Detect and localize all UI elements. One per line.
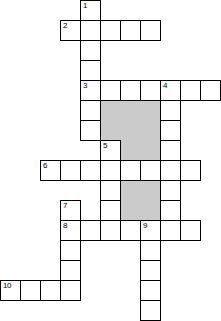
letter-cell[interactable]: 1	[80, 0, 101, 21]
letter-cell[interactable]: 9	[140, 220, 161, 241]
letter-cell[interactable]	[80, 20, 101, 41]
clue-number: 9	[143, 222, 147, 229]
block-cell	[120, 180, 141, 201]
letter-cell[interactable]	[140, 300, 161, 321]
block-cell	[140, 200, 161, 221]
crossword-board: 12345678910	[0, 0, 221, 321]
letter-cell[interactable]	[140, 160, 161, 181]
letter-cell[interactable]	[160, 140, 181, 161]
letter-cell[interactable]	[140, 80, 161, 101]
block-cell	[120, 140, 141, 161]
letter-cell[interactable]	[100, 220, 121, 241]
letter-cell[interactable]	[160, 220, 181, 241]
letter-cell[interactable]	[100, 180, 121, 201]
letter-cell[interactable]	[60, 280, 81, 301]
letter-cell[interactable]	[60, 160, 81, 181]
clue-number: 1	[83, 2, 87, 9]
letter-cell[interactable]: 7	[60, 200, 81, 221]
letter-cell[interactable]	[160, 100, 181, 121]
letter-cell[interactable]	[160, 160, 181, 181]
block-cell	[140, 140, 161, 161]
letter-cell[interactable]: 5	[100, 140, 121, 161]
letter-cell[interactable]	[140, 280, 161, 301]
letter-cell[interactable]	[180, 80, 201, 101]
block-cell	[140, 120, 161, 141]
letter-cell[interactable]	[40, 280, 61, 301]
letter-cell[interactable]	[80, 40, 101, 61]
block-cell	[140, 100, 161, 121]
letter-cell[interactable]	[60, 260, 81, 281]
letter-cell[interactable]	[180, 220, 201, 241]
letter-cell[interactable]	[80, 100, 101, 121]
clue-number: 5	[103, 142, 107, 149]
letter-cell[interactable]: 4	[160, 80, 181, 101]
block-cell	[120, 100, 141, 121]
letter-cell[interactable]	[80, 60, 101, 81]
letter-cell[interactable]	[80, 160, 101, 181]
letter-cell[interactable]	[120, 80, 141, 101]
block-cell	[100, 100, 121, 121]
letter-cell[interactable]	[140, 260, 161, 281]
clue-number: 4	[163, 82, 167, 89]
letter-cell[interactable]: 3	[80, 80, 101, 101]
letter-cell[interactable]: 2	[60, 20, 81, 41]
letter-cell[interactable]	[140, 20, 161, 41]
letter-cell[interactable]	[140, 240, 161, 261]
letter-cell[interactable]	[20, 280, 41, 301]
clue-number: 8	[63, 222, 67, 229]
letter-cell[interactable]	[160, 200, 181, 221]
letter-cell[interactable]	[180, 160, 201, 181]
letter-cell[interactable]	[160, 120, 181, 141]
clue-number: 7	[63, 202, 67, 209]
letter-cell[interactable]: 8	[60, 220, 81, 241]
block-cell	[140, 180, 161, 201]
block-cell	[100, 120, 121, 141]
letter-cell[interactable]: 6	[40, 160, 61, 181]
letter-cell[interactable]	[100, 160, 121, 181]
letter-cell[interactable]: 10	[0, 280, 21, 301]
letter-cell[interactable]	[160, 180, 181, 201]
letter-cell[interactable]	[100, 20, 121, 41]
clue-number: 2	[63, 22, 67, 29]
letter-cell[interactable]	[60, 240, 81, 261]
block-cell	[120, 200, 141, 221]
letter-cell[interactable]	[80, 120, 101, 141]
clue-number: 10	[3, 282, 11, 289]
clue-number: 6	[43, 162, 47, 169]
letter-cell[interactable]	[120, 20, 141, 41]
letter-cell[interactable]	[200, 80, 221, 101]
letter-cell[interactable]	[120, 220, 141, 241]
letter-cell[interactable]	[80, 220, 101, 241]
block-cell	[120, 120, 141, 141]
letter-cell[interactable]	[100, 200, 121, 221]
letter-cell[interactable]	[100, 80, 121, 101]
clue-number: 3	[83, 82, 87, 89]
letter-cell[interactable]	[120, 160, 141, 181]
